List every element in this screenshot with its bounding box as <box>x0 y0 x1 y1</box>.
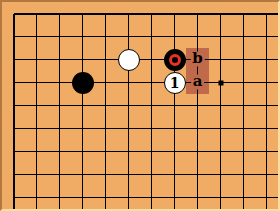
white-stone <box>118 49 140 71</box>
white-stone: 1 <box>164 72 186 94</box>
star-point <box>218 80 223 85</box>
move-number-label: 1 <box>170 75 180 90</box>
circle-mark-icon <box>169 54 181 66</box>
point-label-b: b <box>190 51 205 67</box>
go-board: 1ba <box>2 2 278 209</box>
point-label-a: a <box>191 74 205 90</box>
black-stone <box>164 49 186 71</box>
pieces-layer: 1ba <box>2 2 278 209</box>
go-diagram-frame: 1ba <box>0 0 280 211</box>
black-stone <box>72 72 94 94</box>
